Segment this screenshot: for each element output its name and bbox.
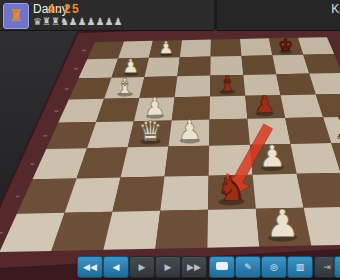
square-b5[interactable] bbox=[177, 57, 211, 77]
piece-red-knight-g4[interactable]: ♞ bbox=[216, 168, 247, 209]
square-h6[interactable] bbox=[103, 211, 161, 250]
square-b1[interactable] bbox=[303, 54, 340, 74]
bottom-toolbar: ◀◀◀▶▶▶▶✎◎▥⇥⇨ bbox=[0, 256, 340, 278]
square-f5[interactable] bbox=[164, 146, 210, 177]
piece-white-pawn-e5[interactable]: ♟ bbox=[177, 114, 202, 146]
square-b6[interactable] bbox=[144, 57, 180, 77]
opponent-name: Ka bbox=[331, 2, 340, 16]
square-g5[interactable] bbox=[160, 176, 210, 211]
frame-coordinate-mark bbox=[54, 110, 58, 112]
player-clock: 4:25 bbox=[47, 3, 80, 17]
square-g6[interactable] bbox=[112, 177, 166, 212]
piece-white-queen-e6[interactable]: ♛ bbox=[138, 115, 163, 147]
exit-button[interactable]: ⇨ bbox=[334, 256, 340, 278]
square-b2[interactable] bbox=[272, 55, 309, 75]
square-b3[interactable] bbox=[242, 55, 277, 75]
frame-coordinate-mark bbox=[65, 88, 69, 90]
play-button[interactable]: ▶ bbox=[129, 256, 155, 278]
step-back-button[interactable]: ◀ bbox=[103, 256, 129, 278]
skip-forward-button[interactable]: ▶▶ bbox=[181, 256, 207, 278]
piece-red-rook-e1[interactable]: ♜ bbox=[334, 111, 340, 143]
move-list-button[interactable]: ▥ bbox=[287, 256, 313, 278]
square-d2[interactable] bbox=[281, 94, 324, 118]
piece-red-bishop-c4[interactable]: ♝ bbox=[218, 72, 237, 96]
square-f2[interactable] bbox=[291, 143, 340, 174]
frame-coordinate-mark bbox=[30, 163, 34, 165]
square-e4[interactable] bbox=[209, 119, 250, 146]
square-g2[interactable] bbox=[297, 173, 340, 208]
square-f6[interactable] bbox=[120, 146, 169, 177]
chat-icon bbox=[216, 262, 228, 270]
piece-red-king-a2[interactable]: ♚ bbox=[278, 35, 294, 55]
frame-coordinate-mark bbox=[74, 68, 78, 70]
avatar: ♜ bbox=[3, 3, 29, 29]
camera-button[interactable]: ◎ bbox=[261, 256, 287, 278]
square-h4[interactable] bbox=[207, 209, 260, 248]
chat-button[interactable] bbox=[209, 256, 235, 278]
player-panel-opponent[interactable]: 1:07 Ka bbox=[217, 0, 340, 31]
square-a3[interactable] bbox=[240, 38, 272, 56]
frame-coordinate-mark bbox=[16, 196, 20, 198]
piece-white-pawn-f3[interactable]: ♟ bbox=[259, 139, 287, 175]
skip-back-button[interactable]: ◀◀ bbox=[77, 256, 103, 278]
square-d4[interactable] bbox=[209, 96, 247, 120]
piece-red-pawn-d3[interactable]: ♟ bbox=[254, 91, 276, 119]
pencil-button[interactable]: ✎ bbox=[235, 256, 261, 278]
top-bar: ♜ Danny 4:25 ♛♜♜♞♟♟♟♟♟♟ 1:07 Ka bbox=[0, 0, 340, 30]
chess-app-screen: ♟♚♟♝♝♟♟♛♟♜♟♞♟ ♜ Danny 4:25 ♛♜♜♞♟♟♟♟♟♟ 1:… bbox=[0, 0, 340, 280]
captured-pieces-tray: ♛♜♜♞♟♟♟♟♟♟ bbox=[33, 16, 123, 28]
player-panel-danny[interactable]: ♜ Danny 4:25 ♛♜♜♞♟♟♟♟♟♟ bbox=[0, 0, 214, 31]
square-c2[interactable] bbox=[276, 73, 316, 95]
chess-board-3d[interactable]: ♟♚♟♝♝♟♟♛♟♜♟♞♟ bbox=[0, 0, 340, 280]
piece-white-bishop-c7[interactable]: ♝ bbox=[115, 74, 134, 98]
frame-coordinate-mark bbox=[82, 50, 86, 52]
step-forward-button[interactable]: ▶ bbox=[155, 256, 181, 278]
piece-white-pawn-h3[interactable]: ♟ bbox=[265, 201, 300, 246]
square-a5[interactable] bbox=[179, 40, 211, 58]
frame-coordinate-mark bbox=[0, 232, 3, 234]
square-a4[interactable] bbox=[210, 39, 241, 57]
piece-white-pawn-a6[interactable]: ♟ bbox=[158, 37, 174, 57]
frame-coordinate-mark bbox=[43, 135, 47, 137]
square-h5[interactable] bbox=[155, 210, 209, 249]
square-c5[interactable] bbox=[174, 76, 211, 98]
